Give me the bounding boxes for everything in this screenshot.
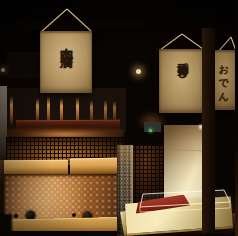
menu-banner-inarizushi: 稲荷寿し — [159, 49, 204, 113]
wooden-post — [202, 28, 215, 233]
banner-calligraphy: 稲荷寿し — [174, 54, 189, 75]
display-case-lid — [140, 190, 230, 212]
wall-wire — [167, 149, 205, 151]
menu-banner-nikudofu: 肉豆腐 — [40, 31, 92, 93]
banner-calligraphy: 肉豆腐 — [57, 38, 75, 47]
izakaya-photo: 肉豆腐 稲荷寿し おでん — [0, 0, 238, 236]
right-edge-shadow — [235, 0, 238, 236]
banner-calligraphy: おでん — [216, 58, 230, 98]
